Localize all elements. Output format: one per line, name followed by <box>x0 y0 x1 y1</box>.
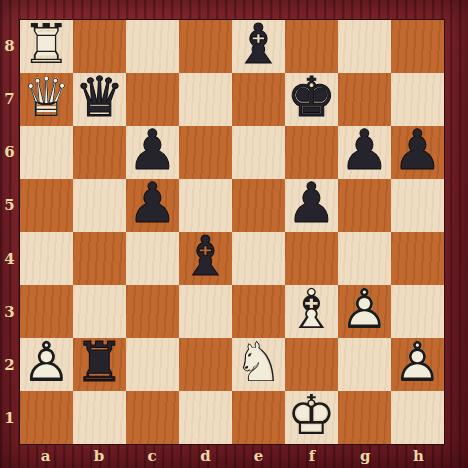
piece-white-king[interactable]: ♚♔ <box>285 391 338 444</box>
file-label-c: c <box>126 445 179 468</box>
white-piece-outline: ♕ <box>20 71 73 124</box>
square-c4[interactable] <box>126 232 179 285</box>
file-label-g: g <box>339 445 392 468</box>
square-g1[interactable] <box>338 391 391 444</box>
square-g6[interactable]: ♟ <box>338 126 391 179</box>
square-f5[interactable]: ♟ <box>285 179 338 232</box>
piece-black-pawn[interactable]: ♟ <box>391 126 444 179</box>
file-label-h: h <box>392 445 445 468</box>
square-h2[interactable]: ♟♙ <box>391 338 444 391</box>
square-d7[interactable] <box>179 73 232 126</box>
black-piece-fill: ♚ <box>285 71 338 124</box>
piece-black-pawn[interactable]: ♟ <box>338 126 391 179</box>
square-h6[interactable]: ♟ <box>391 126 444 179</box>
square-c3[interactable] <box>126 285 179 338</box>
square-d1[interactable] <box>179 391 232 444</box>
file-label-b: b <box>72 445 125 468</box>
square-e6[interactable] <box>232 126 285 179</box>
square-g5[interactable] <box>338 179 391 232</box>
rank-label-1: 1 <box>0 392 19 445</box>
square-e7[interactable] <box>232 73 285 126</box>
square-e1[interactable] <box>232 391 285 444</box>
white-piece-outline: ♙ <box>391 336 444 389</box>
square-a4[interactable] <box>20 232 73 285</box>
square-b2[interactable]: ♜ <box>73 338 126 391</box>
square-c5[interactable]: ♟ <box>126 179 179 232</box>
chess-board[interactable]: ♜♖♝♛♕♛♚♟♟♟♟♟♝♝♗♟♙♟♙♜♞♘♟♙♚♔ <box>19 19 445 445</box>
square-g3[interactable]: ♟♙ <box>338 285 391 338</box>
rank-label-8: 8 <box>0 19 19 72</box>
black-piece-fill: ♟ <box>126 177 179 230</box>
piece-white-pawn[interactable]: ♟♙ <box>20 338 73 391</box>
rank-label-7: 7 <box>0 72 19 125</box>
rank-label-5: 5 <box>0 179 19 232</box>
square-e5[interactable] <box>232 179 285 232</box>
square-e2[interactable]: ♞♘ <box>232 338 285 391</box>
piece-white-bishop[interactable]: ♝♗ <box>285 285 338 338</box>
square-h8[interactable] <box>391 20 444 73</box>
black-piece-fill: ♟ <box>285 177 338 230</box>
black-piece-fill: ♛ <box>73 71 126 124</box>
piece-black-pawn[interactable]: ♟ <box>285 179 338 232</box>
piece-black-bishop[interactable]: ♝ <box>179 232 232 285</box>
black-piece-fill: ♟ <box>338 124 391 177</box>
square-d6[interactable] <box>179 126 232 179</box>
square-f1[interactable]: ♚♔ <box>285 391 338 444</box>
piece-black-bishop[interactable]: ♝ <box>232 20 285 73</box>
rank-label-3: 3 <box>0 285 19 338</box>
file-label-d: d <box>179 445 232 468</box>
piece-white-pawn[interactable]: ♟♙ <box>338 285 391 338</box>
white-piece-outline: ♘ <box>232 336 285 389</box>
rank-label-6: 6 <box>0 126 19 179</box>
square-c1[interactable] <box>126 391 179 444</box>
square-e8[interactable]: ♝ <box>232 20 285 73</box>
white-piece-outline: ♙ <box>20 336 73 389</box>
file-label-e: e <box>232 445 285 468</box>
square-h1[interactable] <box>391 391 444 444</box>
square-f3[interactable]: ♝♗ <box>285 285 338 338</box>
square-a7[interactable]: ♛♕ <box>20 73 73 126</box>
white-piece-outline: ♖ <box>20 18 73 71</box>
square-b1[interactable] <box>73 391 126 444</box>
rank-label-2: 2 <box>0 339 19 392</box>
piece-white-knight[interactable]: ♞♘ <box>232 338 285 391</box>
square-c8[interactable] <box>126 20 179 73</box>
square-h4[interactable] <box>391 232 444 285</box>
piece-white-pawn[interactable]: ♟♙ <box>391 338 444 391</box>
file-label-f: f <box>285 445 338 468</box>
square-g8[interactable] <box>338 20 391 73</box>
white-piece-outline: ♙ <box>338 283 391 336</box>
piece-black-rook[interactable]: ♜ <box>73 338 126 391</box>
square-d2[interactable] <box>179 338 232 391</box>
square-f7[interactable]: ♚ <box>285 73 338 126</box>
chess-diagram: ♜♖♝♛♕♛♚♟♟♟♟♟♝♝♗♟♙♟♙♜♞♘♟♙♚♔ 87654321 abcd… <box>0 0 468 468</box>
square-d8[interactable] <box>179 20 232 73</box>
file-labels: abcdefgh <box>19 445 445 468</box>
rank-label-4: 4 <box>0 232 19 285</box>
square-d4[interactable]: ♝ <box>179 232 232 285</box>
piece-black-king[interactable]: ♚ <box>285 73 338 126</box>
square-c2[interactable] <box>126 338 179 391</box>
rank-labels: 87654321 <box>0 19 19 445</box>
square-a1[interactable] <box>20 391 73 444</box>
black-piece-fill: ♝ <box>232 18 285 71</box>
black-piece-fill: ♟ <box>391 124 444 177</box>
square-b7[interactable]: ♛ <box>73 73 126 126</box>
square-a2[interactable]: ♟♙ <box>20 338 73 391</box>
piece-black-pawn[interactable]: ♟ <box>126 179 179 232</box>
square-g2[interactable] <box>338 338 391 391</box>
file-label-a: a <box>19 445 72 468</box>
square-a5[interactable] <box>20 179 73 232</box>
black-piece-fill: ♝ <box>179 230 232 283</box>
black-piece-fill: ♜ <box>73 336 126 389</box>
square-a6[interactable] <box>20 126 73 179</box>
square-b4[interactable] <box>73 232 126 285</box>
square-d3[interactable] <box>179 285 232 338</box>
black-piece-fill: ♟ <box>126 124 179 177</box>
white-piece-outline: ♗ <box>285 283 338 336</box>
square-b6[interactable] <box>73 126 126 179</box>
piece-white-queen[interactable]: ♛♕ <box>20 73 73 126</box>
square-e4[interactable] <box>232 232 285 285</box>
piece-black-queen[interactable]: ♛ <box>73 73 126 126</box>
square-h5[interactable] <box>391 179 444 232</box>
white-piece-outline: ♔ <box>285 389 338 442</box>
square-b5[interactable] <box>73 179 126 232</box>
